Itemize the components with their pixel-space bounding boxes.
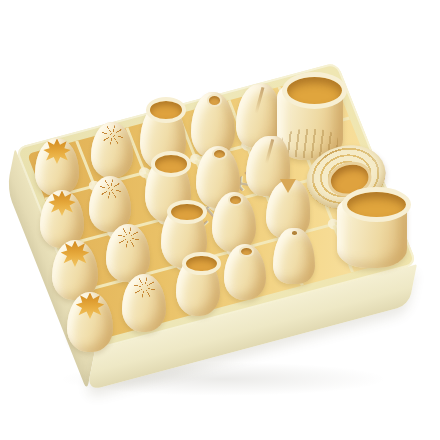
mouth-detail bbox=[151, 151, 191, 176]
nozzle-star-tip-r3c1 bbox=[52, 240, 98, 300]
mouth-detail bbox=[182, 252, 221, 276]
mouth-big-detail bbox=[342, 187, 411, 222]
hole-s-detail bbox=[212, 148, 227, 160]
spokes-detail bbox=[133, 277, 157, 298]
spokes-detail bbox=[101, 125, 124, 145]
starcut-detail bbox=[76, 293, 105, 319]
starcut-detail bbox=[48, 191, 75, 217]
hole-s-detail bbox=[239, 246, 254, 257]
mouth-big-detail bbox=[282, 72, 347, 109]
hole-s-detail bbox=[207, 94, 222, 107]
dot-detail bbox=[292, 231, 297, 234]
mouth-detail bbox=[167, 200, 207, 225]
nozzle-large-plain-tube-r3c6 bbox=[337, 194, 407, 268]
spokes-detail bbox=[117, 227, 141, 248]
nozzle-fine-star-tip-r4c2 bbox=[122, 274, 166, 332]
nozzle-round-tip-r4c4 bbox=[224, 244, 266, 300]
nozzle-fine-hole-tip-r4c5 bbox=[273, 228, 315, 284]
mouth-detail bbox=[146, 97, 186, 123]
crease-detail bbox=[265, 139, 274, 164]
nozzle-star-tip-r1c1 bbox=[35, 138, 79, 196]
spokes-detail bbox=[99, 179, 122, 199]
hole-s-detail bbox=[228, 194, 243, 206]
product-photo: GASZTROKER.HU bbox=[0, 0, 440, 440]
nozzle-star-tip-r4c1 bbox=[67, 292, 113, 352]
starcut-detail bbox=[43, 139, 70, 165]
starcut-detail bbox=[61, 241, 90, 267]
nozzle-layer bbox=[0, 0, 440, 440]
notch-detail bbox=[280, 179, 296, 193]
nozzle-open-round-tube-r4c3 bbox=[176, 256, 220, 316]
nozzle-round-tip-r3c4 bbox=[212, 192, 256, 252]
nozzle-fine-star-tip-r1c2 bbox=[91, 122, 133, 178]
crease-detail bbox=[255, 87, 265, 114]
